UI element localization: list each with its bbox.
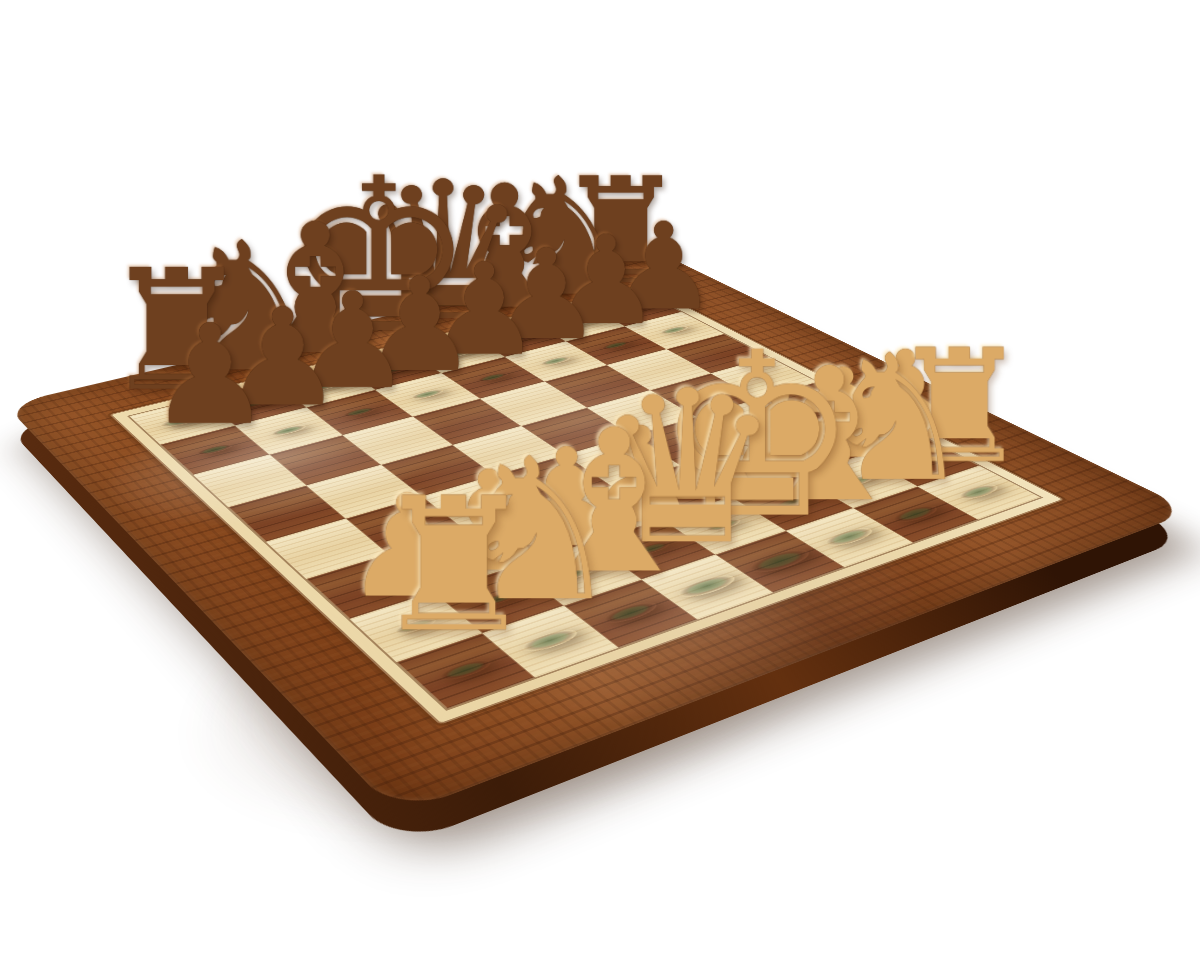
white-rook-glyph: ♜ <box>371 474 536 658</box>
felt-base <box>435 656 496 683</box>
chess-board: ♜♞♝♚♛♝♞♜♟♟♟♟♟♟♟♟♟♟♟♟♟♟♟♟♜♞♝♛♚♝♞♜ <box>5 252 1192 815</box>
product-photo-stage: ♜♞♝♚♛♝♞♜♟♟♟♟♟♟♟♟♟♟♟♟♟♟♟♟♜♞♝♛♚♝♞♜ <box>0 0 1200 957</box>
scene-3d: ♜♞♝♚♛♝♞♜♟♟♟♟♟♟♟♟♟♟♟♟♟♟♟♟♜♞♝♛♚♝♞♜ <box>0 0 1200 957</box>
